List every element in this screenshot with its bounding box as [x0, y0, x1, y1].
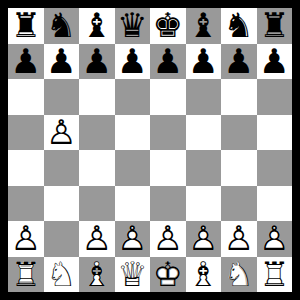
square-f1[interactable]: ♝♗ — [186, 257, 222, 293]
square-f5[interactable] — [186, 115, 222, 151]
square-b7[interactable]: ♟ — [44, 44, 80, 80]
white-piece-outline-glyph: ♕ — [115, 257, 151, 293]
black-piece-glyph: ♝ — [186, 8, 222, 44]
piece-white-pawn: ♟♙ — [186, 221, 222, 257]
square-h4[interactable] — [257, 150, 293, 186]
square-a3[interactable] — [8, 186, 44, 222]
square-f2[interactable]: ♟♙ — [186, 221, 222, 257]
square-b3[interactable] — [44, 186, 80, 222]
square-h2[interactable]: ♟♙ — [257, 221, 293, 257]
white-piece-outline-glyph: ♙ — [186, 221, 222, 257]
square-c8[interactable]: ♝ — [79, 8, 115, 44]
square-g4[interactable] — [221, 150, 257, 186]
square-g3[interactable] — [221, 186, 257, 222]
square-g6[interactable] — [221, 79, 257, 115]
black-piece-glyph: ♟ — [221, 44, 257, 80]
square-b2[interactable] — [44, 221, 80, 257]
white-piece-outline-glyph: ♙ — [44, 115, 80, 151]
square-e1[interactable]: ♚♔ — [150, 257, 186, 293]
square-d8[interactable]: ♛ — [115, 8, 151, 44]
square-g5[interactable] — [221, 115, 257, 151]
piece-white-pawn: ♟♙ — [257, 221, 293, 257]
square-e4[interactable] — [150, 150, 186, 186]
piece-black-pawn: ♟ — [8, 44, 44, 80]
square-a2[interactable]: ♟♙ — [8, 221, 44, 257]
square-e2[interactable]: ♟♙ — [150, 221, 186, 257]
white-piece-outline-glyph: ♙ — [221, 221, 257, 257]
square-h7[interactable]: ♟ — [257, 44, 293, 80]
black-piece-glyph: ♞ — [44, 8, 80, 44]
square-d4[interactable] — [115, 150, 151, 186]
piece-white-pawn: ♟♙ — [150, 221, 186, 257]
piece-black-pawn: ♟ — [44, 44, 80, 80]
square-a6[interactable] — [8, 79, 44, 115]
piece-white-pawn: ♟♙ — [221, 221, 257, 257]
square-h1[interactable]: ♜♖ — [257, 257, 293, 293]
square-d6[interactable] — [115, 79, 151, 115]
piece-white-king: ♚♔ — [150, 257, 186, 293]
square-g2[interactable]: ♟♙ — [221, 221, 257, 257]
square-a4[interactable] — [8, 150, 44, 186]
white-piece-outline-glyph: ♘ — [221, 257, 257, 293]
square-d2[interactable]: ♟♙ — [115, 221, 151, 257]
white-piece-outline-glyph: ♗ — [186, 257, 222, 293]
piece-black-bishop: ♝ — [186, 8, 222, 44]
piece-black-king: ♚ — [150, 8, 186, 44]
square-e8[interactable]: ♚ — [150, 8, 186, 44]
square-e5[interactable] — [150, 115, 186, 151]
white-piece-outline-glyph: ♙ — [115, 221, 151, 257]
square-f7[interactable]: ♟ — [186, 44, 222, 80]
black-piece-glyph: ♟ — [44, 44, 80, 80]
black-piece-glyph: ♟ — [150, 44, 186, 80]
board-frame: ♜♞♝♛♚♝♞♜♟♟♟♟♟♟♟♟♟♙♟♙♟♙♟♙♟♙♟♙♟♙♟♙♜♖♞♘♝♗♛♕… — [0, 0, 300, 300]
piece-black-pawn: ♟ — [257, 44, 293, 80]
piece-white-bishop: ♝♗ — [79, 257, 115, 293]
piece-white-knight: ♞♘ — [44, 257, 80, 293]
black-piece-glyph: ♟ — [79, 44, 115, 80]
piece-black-pawn: ♟ — [79, 44, 115, 80]
square-f3[interactable] — [186, 186, 222, 222]
black-piece-glyph: ♜ — [8, 8, 44, 44]
black-piece-glyph: ♜ — [257, 8, 293, 44]
white-piece-outline-glyph: ♖ — [257, 257, 293, 293]
piece-white-pawn: ♟♙ — [8, 221, 44, 257]
black-piece-glyph: ♟ — [186, 44, 222, 80]
square-c6[interactable] — [79, 79, 115, 115]
white-piece-outline-glyph: ♖ — [8, 257, 44, 293]
piece-black-rook: ♜ — [257, 8, 293, 44]
black-piece-glyph: ♚ — [150, 8, 186, 44]
square-b5[interactable]: ♟♙ — [44, 115, 80, 151]
piece-black-pawn: ♟ — [186, 44, 222, 80]
square-a1[interactable]: ♜♖ — [8, 257, 44, 293]
white-piece-outline-glyph: ♙ — [79, 221, 115, 257]
square-a8[interactable]: ♜ — [8, 8, 44, 44]
square-h8[interactable]: ♜ — [257, 8, 293, 44]
square-f4[interactable] — [186, 150, 222, 186]
piece-white-pawn: ♟♙ — [79, 221, 115, 257]
square-c4[interactable] — [79, 150, 115, 186]
piece-white-queen: ♛♕ — [115, 257, 151, 293]
piece-black-pawn: ♟ — [115, 44, 151, 80]
square-h3[interactable] — [257, 186, 293, 222]
white-piece-outline-glyph: ♗ — [79, 257, 115, 293]
square-e3[interactable] — [150, 186, 186, 222]
square-b1[interactable]: ♞♘ — [44, 257, 80, 293]
square-d5[interactable] — [115, 115, 151, 151]
piece-white-knight: ♞♘ — [221, 257, 257, 293]
piece-black-bishop: ♝ — [79, 8, 115, 44]
white-piece-outline-glyph: ♔ — [150, 257, 186, 293]
white-piece-outline-glyph: ♙ — [8, 221, 44, 257]
black-piece-glyph: ♞ — [221, 8, 257, 44]
square-c7[interactable]: ♟ — [79, 44, 115, 80]
black-piece-glyph: ♟ — [8, 44, 44, 80]
white-piece-outline-glyph: ♙ — [150, 221, 186, 257]
white-piece-outline-glyph: ♘ — [44, 257, 80, 293]
square-a7[interactable]: ♟ — [8, 44, 44, 80]
piece-white-pawn: ♟♙ — [44, 115, 80, 151]
piece-black-pawn: ♟ — [150, 44, 186, 80]
square-h6[interactable] — [257, 79, 293, 115]
square-e7[interactable]: ♟ — [150, 44, 186, 80]
square-d7[interactable]: ♟ — [115, 44, 151, 80]
square-b6[interactable] — [44, 79, 80, 115]
square-f6[interactable] — [186, 79, 222, 115]
piece-black-queen: ♛ — [115, 8, 151, 44]
square-a5[interactable] — [8, 115, 44, 151]
black-piece-glyph: ♟ — [257, 44, 293, 80]
chess-board: ♜♞♝♛♚♝♞♜♟♟♟♟♟♟♟♟♟♙♟♙♟♙♟♙♟♙♟♙♟♙♟♙♜♖♞♘♝♗♛♕… — [8, 8, 292, 292]
black-piece-glyph: ♟ — [115, 44, 151, 80]
piece-white-rook: ♜♖ — [257, 257, 293, 293]
square-f8[interactable]: ♝ — [186, 8, 222, 44]
square-h5[interactable] — [257, 115, 293, 151]
square-g8[interactable]: ♞ — [221, 8, 257, 44]
black-piece-glyph: ♛ — [115, 8, 151, 44]
piece-white-bishop: ♝♗ — [186, 257, 222, 293]
piece-black-knight: ♞ — [44, 8, 80, 44]
square-b4[interactable] — [44, 150, 80, 186]
piece-white-rook: ♜♖ — [8, 257, 44, 293]
square-b8[interactable]: ♞ — [44, 8, 80, 44]
square-c3[interactable] — [79, 186, 115, 222]
square-g7[interactable]: ♟ — [221, 44, 257, 80]
piece-black-rook: ♜ — [8, 8, 44, 44]
square-g1[interactable]: ♞♘ — [221, 257, 257, 293]
piece-white-pawn: ♟♙ — [115, 221, 151, 257]
black-piece-glyph: ♝ — [79, 8, 115, 44]
square-c5[interactable] — [79, 115, 115, 151]
square-e6[interactable] — [150, 79, 186, 115]
piece-black-pawn: ♟ — [221, 44, 257, 80]
white-piece-outline-glyph: ♙ — [257, 221, 293, 257]
square-d3[interactable] — [115, 186, 151, 222]
piece-black-knight: ♞ — [221, 8, 257, 44]
square-c2[interactable]: ♟♙ — [79, 221, 115, 257]
square-d1[interactable]: ♛♕ — [115, 257, 151, 293]
square-c1[interactable]: ♝♗ — [79, 257, 115, 293]
